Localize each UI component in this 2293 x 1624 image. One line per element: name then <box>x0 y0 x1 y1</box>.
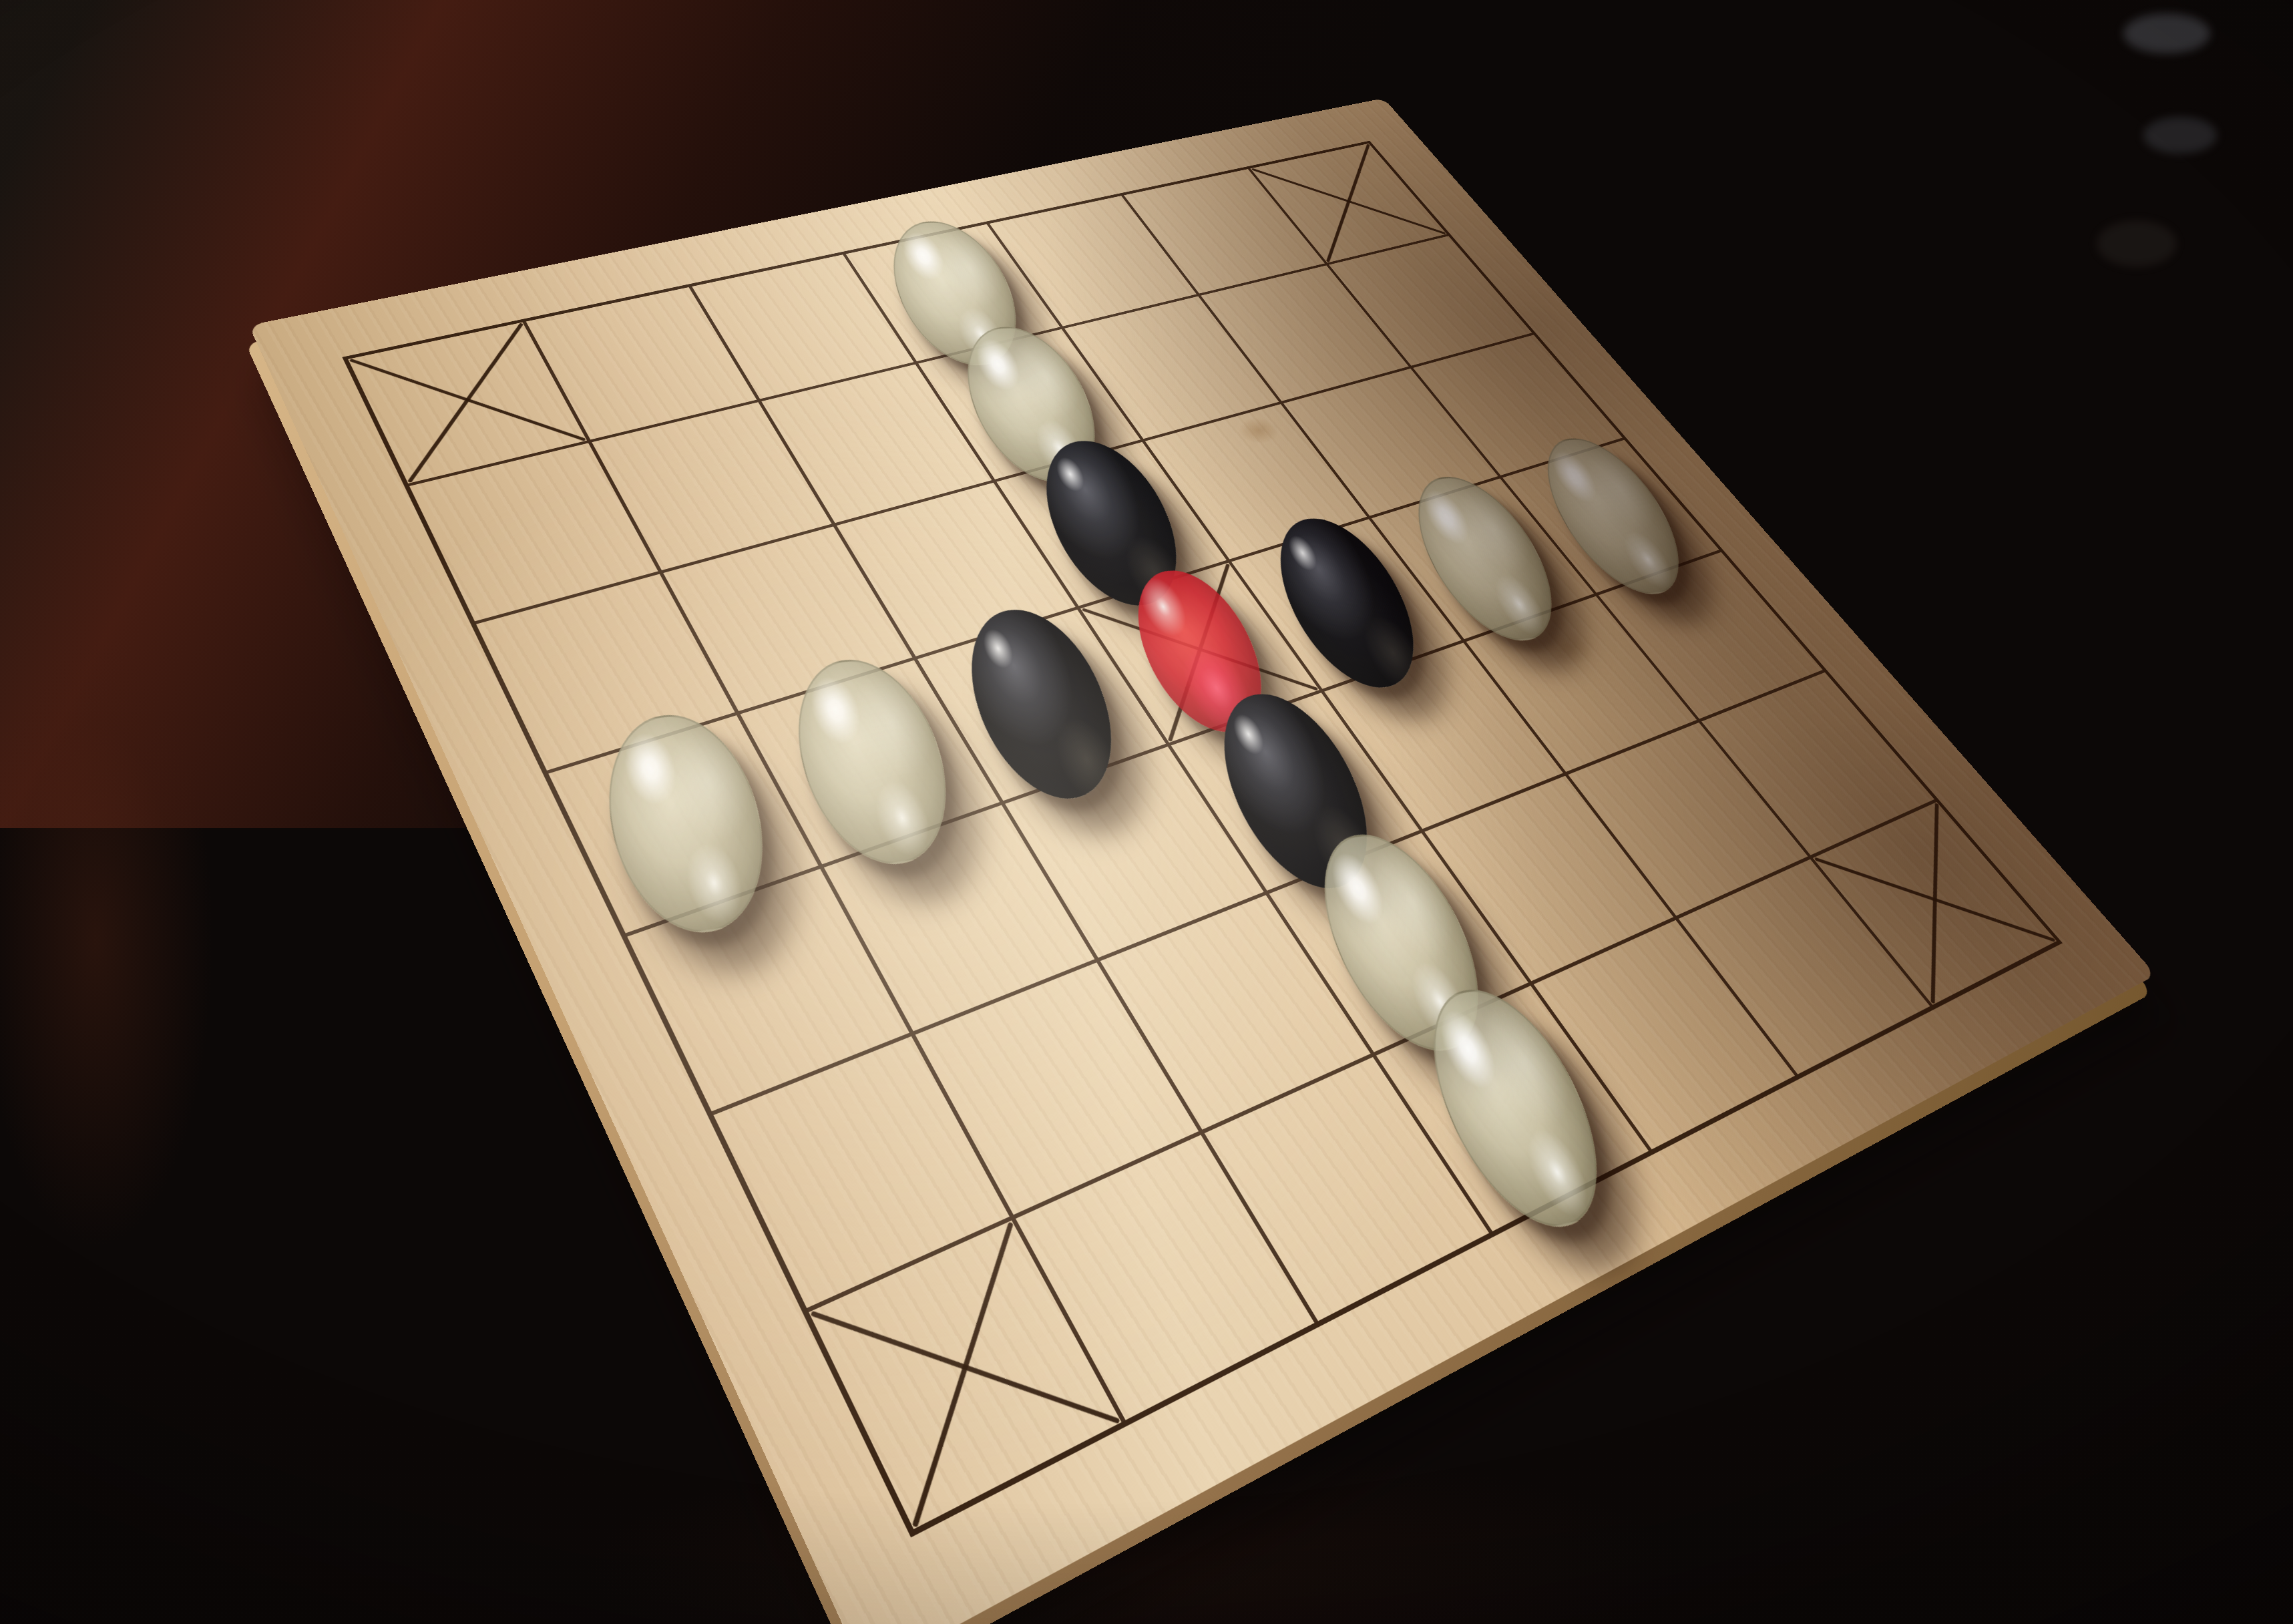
table-surface <box>0 0 2293 1624</box>
